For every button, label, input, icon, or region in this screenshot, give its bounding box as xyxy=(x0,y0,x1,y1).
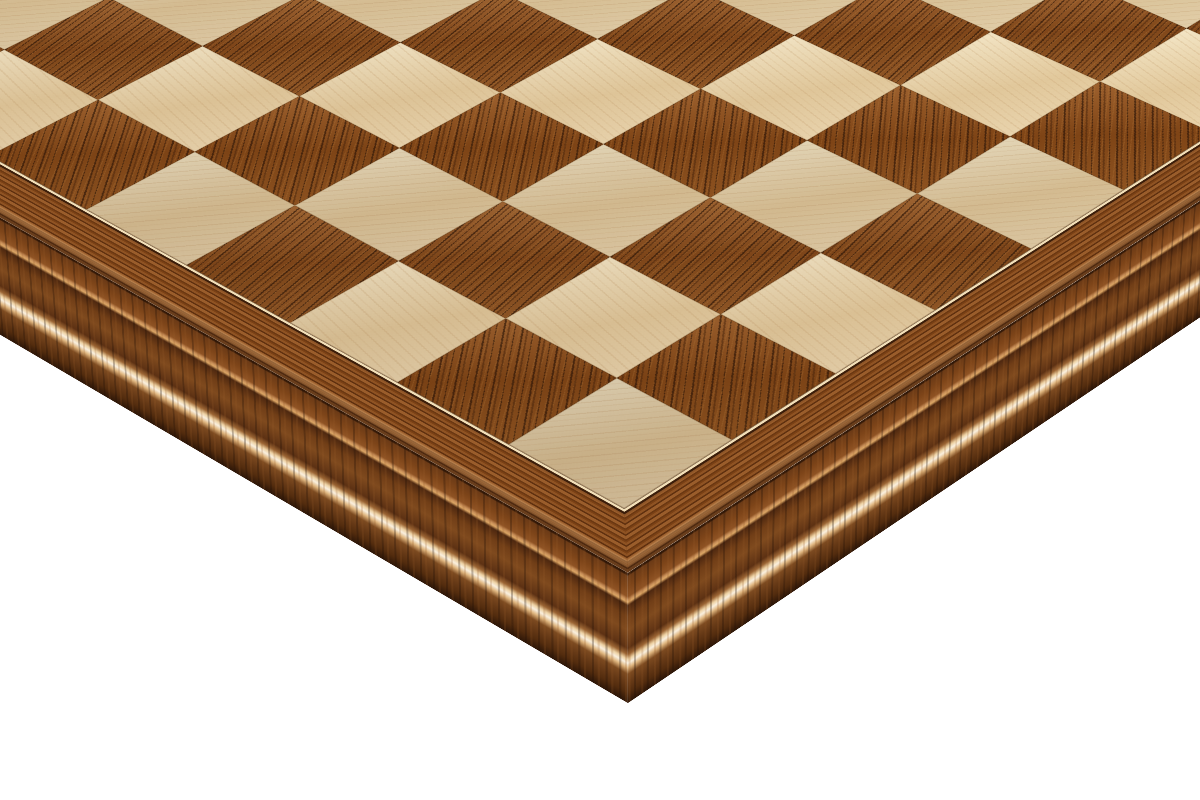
chessboard-product-photo xyxy=(0,0,1200,800)
chessboard xyxy=(0,0,1200,573)
board-scene xyxy=(0,0,1200,800)
